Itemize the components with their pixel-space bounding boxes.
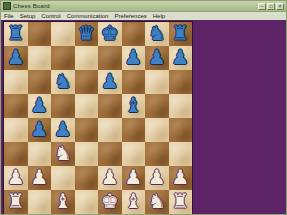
black-pawn[interactable]: ♟ bbox=[30, 95, 48, 115]
square-d4[interactable] bbox=[75, 118, 99, 142]
square-c4[interactable]: ♟ bbox=[51, 118, 75, 142]
black-knight[interactable]: ♞ bbox=[54, 71, 72, 91]
square-h4[interactable] bbox=[169, 118, 193, 142]
menu-item-communication[interactable]: Communication bbox=[67, 13, 109, 20]
square-a6[interactable] bbox=[4, 70, 28, 94]
menu-item-control[interactable]: Control bbox=[41, 13, 60, 20]
square-h8[interactable]: ♜ bbox=[169, 22, 193, 46]
square-h1[interactable]: ♜ bbox=[169, 190, 193, 214]
square-b7[interactable] bbox=[28, 46, 52, 70]
square-d2[interactable] bbox=[75, 166, 99, 190]
square-c8[interactable] bbox=[51, 22, 75, 46]
white-pawn[interactable]: ♟ bbox=[101, 167, 119, 187]
square-b3[interactable] bbox=[28, 142, 52, 166]
square-e6[interactable]: ♟ bbox=[98, 70, 122, 94]
square-e8[interactable]: ♚ bbox=[98, 22, 122, 46]
square-g5[interactable] bbox=[145, 94, 169, 118]
square-d6[interactable] bbox=[75, 70, 99, 94]
black-rook[interactable]: ♜ bbox=[171, 23, 189, 43]
black-pawn[interactable]: ♟ bbox=[54, 119, 72, 139]
square-b4[interactable]: ♟ bbox=[28, 118, 52, 142]
black-pawn[interactable]: ♟ bbox=[101, 71, 119, 91]
black-pawn[interactable]: ♟ bbox=[148, 47, 166, 67]
white-pawn[interactable]: ♟ bbox=[7, 167, 25, 187]
app-icon bbox=[3, 2, 11, 10]
square-f5[interactable]: ♝ bbox=[122, 94, 146, 118]
square-e3[interactable] bbox=[98, 142, 122, 166]
black-queen[interactable]: ♛ bbox=[77, 23, 95, 43]
square-g7[interactable]: ♟ bbox=[145, 46, 169, 70]
square-c5[interactable] bbox=[51, 94, 75, 118]
square-e7[interactable] bbox=[98, 46, 122, 70]
square-g8[interactable]: ♞ bbox=[145, 22, 169, 46]
square-f3[interactable] bbox=[122, 142, 146, 166]
square-c3[interactable]: ♞ bbox=[51, 142, 75, 166]
square-e1[interactable]: ♚ bbox=[98, 190, 122, 214]
square-e5[interactable] bbox=[98, 94, 122, 118]
square-e2[interactable]: ♟ bbox=[98, 166, 122, 190]
square-c6[interactable]: ♞ bbox=[51, 70, 75, 94]
square-b6[interactable] bbox=[28, 70, 52, 94]
white-pawn[interactable]: ♟ bbox=[171, 167, 189, 187]
square-a5[interactable] bbox=[4, 94, 28, 118]
square-g2[interactable]: ♟ bbox=[145, 166, 169, 190]
black-rook[interactable]: ♜ bbox=[7, 23, 25, 43]
square-g6[interactable] bbox=[145, 70, 169, 94]
black-knight[interactable]: ♞ bbox=[148, 23, 166, 43]
maximize-button[interactable]: □ bbox=[267, 3, 275, 10]
client-area: ♜♛♚♞♜♟♟♟♟♞♟♟♝♟♟♞♟♟♟♟♟♟♜♝♚♝♞♜ bbox=[1, 20, 286, 214]
square-a8[interactable]: ♜ bbox=[4, 22, 28, 46]
white-knight[interactable]: ♞ bbox=[54, 143, 72, 163]
square-f8[interactable] bbox=[122, 22, 146, 46]
square-h2[interactable]: ♟ bbox=[169, 166, 193, 190]
square-d3[interactable] bbox=[75, 142, 99, 166]
black-pawn[interactable]: ♟ bbox=[171, 47, 189, 67]
square-d7[interactable] bbox=[75, 46, 99, 70]
white-pawn[interactable]: ♟ bbox=[30, 167, 48, 187]
square-h5[interactable] bbox=[169, 94, 193, 118]
square-f4[interactable] bbox=[122, 118, 146, 142]
square-c7[interactable] bbox=[51, 46, 75, 70]
square-a4[interactable] bbox=[4, 118, 28, 142]
square-e4[interactable] bbox=[98, 118, 122, 142]
menu-item-preferences[interactable]: Preferences bbox=[114, 13, 146, 20]
white-knight[interactable]: ♞ bbox=[148, 191, 166, 211]
square-h7[interactable]: ♟ bbox=[169, 46, 193, 70]
black-king[interactable]: ♚ bbox=[101, 23, 119, 43]
menu-item-setup[interactable]: Setup bbox=[20, 13, 36, 20]
square-f6[interactable] bbox=[122, 70, 146, 94]
square-a2[interactable]: ♟ bbox=[4, 166, 28, 190]
chess-board: ♜♛♚♞♜♟♟♟♟♞♟♟♝♟♟♞♟♟♟♟♟♟♜♝♚♝♞♜ bbox=[3, 21, 193, 215]
square-b2[interactable]: ♟ bbox=[28, 166, 52, 190]
square-a7[interactable]: ♟ bbox=[4, 46, 28, 70]
square-d8[interactable]: ♛ bbox=[75, 22, 99, 46]
black-bishop[interactable]: ♝ bbox=[124, 95, 142, 115]
square-f2[interactable]: ♟ bbox=[122, 166, 146, 190]
white-pawn[interactable]: ♟ bbox=[148, 167, 166, 187]
menu-item-help[interactable]: Help bbox=[153, 13, 165, 20]
black-pawn[interactable]: ♟ bbox=[7, 47, 25, 67]
square-f1[interactable]: ♝ bbox=[122, 190, 146, 214]
white-rook[interactable]: ♜ bbox=[7, 191, 25, 211]
white-pawn[interactable]: ♟ bbox=[124, 167, 142, 187]
white-king[interactable]: ♚ bbox=[101, 191, 119, 211]
black-pawn[interactable]: ♟ bbox=[124, 47, 142, 67]
square-h3[interactable] bbox=[169, 142, 193, 166]
window-title: Chess Board bbox=[13, 2, 256, 10]
white-bishop[interactable]: ♝ bbox=[124, 191, 142, 211]
title-bar[interactable]: Chess Board – □ × bbox=[1, 1, 286, 12]
square-h6[interactable] bbox=[169, 70, 193, 94]
square-d1[interactable] bbox=[75, 190, 99, 214]
square-g4[interactable] bbox=[145, 118, 169, 142]
window-controls: – □ × bbox=[258, 3, 284, 10]
app-window: Chess Board – □ × FileSetupControlCommun… bbox=[0, 0, 287, 215]
close-button[interactable]: × bbox=[276, 3, 284, 10]
black-pawn[interactable]: ♟ bbox=[30, 119, 48, 139]
square-a1[interactable]: ♜ bbox=[4, 190, 28, 214]
minimize-button[interactable]: – bbox=[258, 3, 266, 10]
square-g3[interactable] bbox=[145, 142, 169, 166]
square-a3[interactable] bbox=[4, 142, 28, 166]
square-c1[interactable]: ♝ bbox=[51, 190, 75, 214]
square-b5[interactable]: ♟ bbox=[28, 94, 52, 118]
menu-item-file[interactable]: File bbox=[4, 13, 14, 20]
white-bishop[interactable]: ♝ bbox=[54, 191, 72, 211]
square-f7[interactable]: ♟ bbox=[122, 46, 146, 70]
square-g1[interactable]: ♞ bbox=[145, 190, 169, 214]
square-b8[interactable] bbox=[28, 22, 52, 46]
square-b1[interactable] bbox=[28, 190, 52, 214]
white-rook[interactable]: ♜ bbox=[171, 191, 189, 211]
square-d5[interactable] bbox=[75, 94, 99, 118]
square-c2[interactable] bbox=[51, 166, 75, 190]
